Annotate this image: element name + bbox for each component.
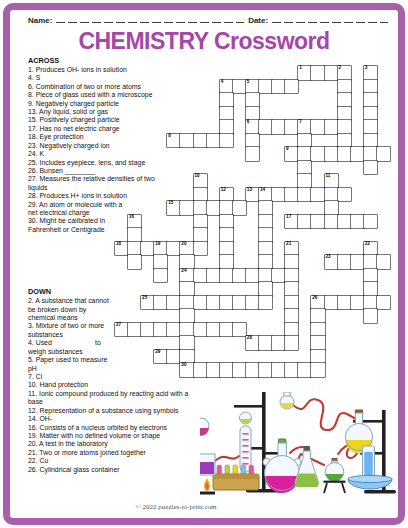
grid-cell[interactable] [128, 323, 141, 337]
copyright-text: © 2022 puzzles-to-print.com [0, 503, 408, 511]
clue-number: 3 [365, 66, 368, 71]
grid-cell[interactable]: 30 [180, 363, 193, 377]
grid-cell[interactable] [364, 93, 377, 107]
name-label: Name: [28, 16, 52, 25]
grid-cell[interactable] [364, 269, 377, 283]
clue-number: 11 [325, 174, 330, 179]
clue-number: 5 [247, 80, 250, 85]
grid-cell[interactable] [285, 296, 298, 310]
grid-cell[interactable] [220, 255, 233, 269]
clue-number: 14 [260, 188, 265, 193]
grid-cell[interactable] [285, 363, 298, 377]
grid-cell[interactable]: 25 [141, 296, 154, 310]
grid-cell[interactable] [325, 66, 338, 80]
grid-cell[interactable] [351, 296, 364, 310]
grid-cell[interactable] [194, 134, 207, 148]
grid-cell[interactable] [154, 255, 167, 269]
grid-cell[interactable] [311, 147, 324, 161]
grid-cell[interactable] [364, 161, 377, 175]
grid-cell[interactable] [298, 215, 311, 229]
grid-cell[interactable] [259, 242, 272, 256]
grid-cell[interactable] [180, 282, 193, 296]
grid-cell[interactable]: 27 [115, 323, 128, 337]
clue-number: 8 [168, 134, 171, 139]
grid-cell[interactable] [285, 336, 298, 350]
grid-cell[interactable] [259, 296, 272, 310]
clue-number: 29 [155, 350, 160, 355]
grid-cell[interactable]: 1 [298, 66, 311, 80]
grid-cell[interactable] [220, 215, 233, 229]
grid-cell[interactable] [298, 363, 311, 377]
grid-cell[interactable] [246, 134, 259, 148]
grid-cell[interactable] [285, 188, 298, 202]
grid-cell[interactable] [167, 350, 180, 364]
grid-cell[interactable]: 4 [220, 80, 233, 94]
grid-cell[interactable] [364, 80, 377, 94]
grid-cell[interactable] [128, 255, 141, 269]
grid-cell[interactable] [364, 134, 377, 148]
small-flask-top [280, 392, 294, 409]
grid-cell[interactable] [325, 296, 338, 310]
grid-cell[interactable] [285, 120, 298, 134]
grid-cell[interactable] [298, 188, 311, 202]
grid-cell[interactable] [272, 120, 285, 134]
grid-cell[interactable] [325, 201, 338, 215]
test-tube-rack [213, 465, 259, 490]
grid-cell[interactable]: 21 [285, 242, 298, 256]
grid-cell[interactable] [233, 363, 246, 377]
grid-cell[interactable] [285, 323, 298, 337]
grid-cell[interactable] [259, 215, 272, 229]
clue-number: 21 [286, 242, 291, 247]
grid-cell[interactable] [338, 215, 351, 229]
grid-cell[interactable] [220, 269, 233, 283]
name-input-line[interactable] [56, 19, 244, 24]
worksheet-page: Name: Date: CHEMISTRY Crossword ACROSS 1… [0, 0, 408, 528]
grid-cell[interactable] [194, 201, 207, 215]
clue-number: 4 [221, 80, 224, 85]
grid-cell[interactable] [325, 215, 338, 229]
grid-cell[interactable] [207, 363, 220, 377]
grid-cell[interactable] [141, 242, 154, 256]
grid-cell[interactable] [364, 282, 377, 296]
grid-cell[interactable] [272, 269, 285, 283]
tripod-flask-green [324, 458, 346, 493]
grid-cell[interactable] [311, 323, 324, 337]
grid-cell[interactable] [364, 215, 377, 229]
grid-cell[interactable] [220, 296, 233, 310]
grid-cell[interactable] [207, 134, 220, 148]
grid-cell[interactable] [325, 147, 338, 161]
grid-cell[interactable]: 14 [259, 188, 272, 202]
clue-number: 19 [155, 242, 160, 247]
grid-cell[interactable] [311, 309, 324, 323]
grid-cell[interactable] [298, 174, 311, 188]
grid-cell[interactable]: 26 [311, 296, 324, 310]
grid-cell[interactable]: 28 [246, 336, 259, 350]
grid-cell[interactable] [311, 120, 324, 134]
grid-cell[interactable] [233, 80, 246, 94]
grid-cell[interactable] [259, 282, 272, 296]
grid-cell[interactable]: 15 [167, 201, 180, 215]
grid-cell[interactable]: 29 [154, 350, 167, 364]
clue-number: 17 [286, 215, 291, 220]
clue-number: 27 [116, 323, 121, 328]
clue-number: 24 [181, 269, 186, 274]
grid-cell[interactable]: 13 [246, 188, 259, 202]
grid-cell[interactable] [259, 336, 272, 350]
grid-cell[interactable] [259, 228, 272, 242]
lab-illustration [200, 392, 396, 516]
grid-cell[interactable]: 10 [194, 174, 207, 188]
clue-number: 28 [247, 336, 252, 341]
grid-cell[interactable]: 22 [364, 242, 377, 256]
grid-cell[interactable] [311, 66, 324, 80]
grid-cell[interactable] [220, 134, 233, 148]
grid-cell[interactable] [285, 282, 298, 296]
clue-number: 23 [325, 255, 330, 260]
grid-cell[interactable] [167, 323, 180, 337]
grid-cell[interactable] [259, 255, 272, 269]
clue-number: 22 [365, 242, 370, 247]
grid-cell[interactable]: 11 [325, 174, 338, 188]
clue-number: 7 [299, 120, 302, 125]
grid-cell[interactable] [364, 120, 377, 134]
grid-cell[interactable] [338, 147, 351, 161]
crossword-grid[interactable]: 1234567891011121314151617181920212223242… [115, 66, 390, 377]
grid-cell[interactable] [220, 228, 233, 242]
grid-cell[interactable] [220, 242, 233, 256]
grid-cell[interactable] [233, 296, 246, 310]
grid-cell[interactable] [351, 255, 364, 269]
grid-cell[interactable] [180, 323, 193, 337]
grid-cell[interactable]: 17 [285, 215, 298, 229]
grid-cell[interactable]: 2 [338, 66, 351, 80]
clue-number: 25 [142, 296, 147, 301]
grid-cell[interactable] [246, 363, 259, 377]
grid-cell[interactable] [338, 93, 351, 107]
grid-cell[interactable] [194, 188, 207, 202]
grid-cell[interactable] [154, 269, 167, 283]
grid-cell[interactable] [167, 242, 180, 256]
grid-cell[interactable] [377, 255, 390, 269]
grid-cell[interactable] [338, 188, 351, 202]
clue-number: 16 [129, 215, 134, 220]
grid-cell[interactable] [220, 93, 233, 107]
grid-cell[interactable] [180, 309, 193, 323]
clue-number: 20 [181, 242, 186, 247]
grid-cell[interactable]: 24 [180, 269, 193, 283]
grid-cell[interactable] [194, 242, 207, 256]
grid-cell[interactable] [154, 323, 167, 337]
grid-cell[interactable] [194, 215, 207, 229]
grid-cell[interactable]: 20 [180, 242, 193, 256]
grid-cell[interactable] [259, 120, 272, 134]
grid-cell[interactable]: 18 [115, 242, 128, 256]
grid-cell[interactable] [325, 188, 338, 202]
clue-number: 30 [181, 363, 186, 368]
grid-cell[interactable]: 3 [364, 66, 377, 80]
grid-cell[interactable] [194, 296, 207, 310]
grid-cell[interactable] [180, 350, 193, 364]
grid-cell[interactable]: 6 [246, 120, 259, 134]
grid-cell[interactable] [272, 363, 285, 377]
grid-cell[interactable] [377, 147, 390, 161]
grid-cell[interactable] [298, 161, 311, 175]
grid-cell[interactable] [377, 296, 390, 310]
condenser-column [240, 412, 252, 472]
grid-cell[interactable] [285, 80, 298, 94]
grid-cell[interactable] [364, 296, 377, 310]
grid-cell[interactable]: 23 [325, 255, 338, 269]
clue-number: 12 [221, 188, 226, 193]
grid-cell[interactable] [220, 107, 233, 121]
grid-cell[interactable] [233, 269, 246, 283]
clue-number: 2 [338, 66, 341, 71]
grid-cell[interactable] [128, 228, 141, 242]
grid-cell[interactable] [259, 80, 272, 94]
grid-cell[interactable] [246, 93, 259, 107]
date-label: Date: [248, 16, 268, 25]
grid-cell[interactable]: 16 [128, 215, 141, 229]
clue-number: 13 [247, 188, 252, 193]
grid-cell[interactable] [311, 215, 324, 229]
grid-cell[interactable] [167, 296, 180, 310]
grid-cell[interactable] [364, 309, 377, 323]
clue-number: 18 [116, 242, 121, 247]
grid-cell[interactable] [311, 188, 324, 202]
page-title: CHEMISTRY Crossword [0, 28, 408, 55]
grid-cell[interactable] [364, 147, 377, 161]
grid-cell[interactable] [364, 255, 377, 269]
grid-cell[interactable] [154, 296, 167, 310]
grid-cell[interactable] [233, 323, 246, 337]
grid-cell[interactable] [194, 323, 207, 337]
grid-cell[interactable] [246, 296, 259, 310]
grid-cell[interactable] [285, 269, 298, 283]
date-input-line[interactable] [272, 19, 388, 24]
grid-cell[interactable] [285, 255, 298, 269]
grid-cell[interactable] [298, 147, 311, 161]
grid-cell[interactable] [246, 147, 259, 161]
grid-cell[interactable] [285, 309, 298, 323]
grid-cell[interactable] [311, 350, 324, 364]
grid-cell[interactable] [207, 323, 220, 337]
grid-cell[interactable]: 12 [220, 188, 233, 202]
grid-cell[interactable] [180, 134, 193, 148]
grid-cell[interactable] [272, 336, 285, 350]
grid-cell[interactable] [194, 269, 207, 283]
grid-cell[interactable] [220, 201, 233, 215]
grid-cell[interactable] [180, 336, 193, 350]
clue-number: 9 [286, 147, 289, 152]
grid-cell[interactable] [194, 228, 207, 242]
grid-cell[interactable] [207, 201, 220, 215]
grid-cell[interactable] [180, 201, 193, 215]
grid-cell[interactable] [364, 107, 377, 121]
grid-cell[interactable] [233, 201, 246, 215]
grid-cell[interactable] [351, 147, 364, 161]
grid-cell[interactable] [128, 242, 141, 256]
grid-cell[interactable] [259, 363, 272, 377]
grid-cell[interactable] [351, 215, 364, 229]
grid-cell[interactable] [298, 134, 311, 148]
grid-cell[interactable] [259, 269, 272, 283]
grid-cell[interactable] [338, 134, 351, 148]
grid-cell[interactable] [207, 269, 220, 283]
grid-cell[interactable]: 7 [298, 120, 311, 134]
grid-cell[interactable] [338, 296, 351, 310]
grid-cell[interactable] [338, 120, 351, 134]
grid-cell[interactable] [180, 296, 193, 310]
grid-cell[interactable] [259, 201, 272, 215]
clue-number: 26 [312, 296, 317, 301]
grid-cell[interactable] [325, 120, 338, 134]
grid-cell[interactable] [141, 323, 154, 337]
clue-number: 6 [247, 120, 250, 125]
grid-cell[interactable]: 9 [285, 147, 298, 161]
grid-cell[interactable] [338, 107, 351, 121]
grid-cell[interactable]: 5 [246, 80, 259, 94]
grid-cell[interactable] [207, 296, 220, 310]
grid-cell[interactable] [272, 80, 285, 94]
header-row: Name: Date: [28, 16, 392, 25]
grid-cell[interactable] [311, 336, 324, 350]
grid-cell[interactable] [272, 188, 285, 202]
grid-cell[interactable]: 8 [167, 134, 180, 148]
grid-cell[interactable] [220, 323, 233, 337]
grid-cell[interactable] [246, 269, 259, 283]
grid-cell[interactable] [246, 107, 259, 121]
grid-cell[interactable] [180, 255, 193, 269]
grid-cell[interactable] [311, 363, 324, 377]
grid-cell[interactable] [220, 120, 233, 134]
clue-number: 15 [168, 201, 173, 206]
grid-cell[interactable] [194, 363, 207, 377]
clue-number: 10 [194, 174, 199, 179]
grid-cell[interactable]: 19 [154, 242, 167, 256]
grid-cell[interactable] [338, 80, 351, 94]
grid-cell[interactable] [220, 363, 233, 377]
grid-cell[interactable] [338, 255, 351, 269]
clue-number: 1 [299, 66, 302, 71]
